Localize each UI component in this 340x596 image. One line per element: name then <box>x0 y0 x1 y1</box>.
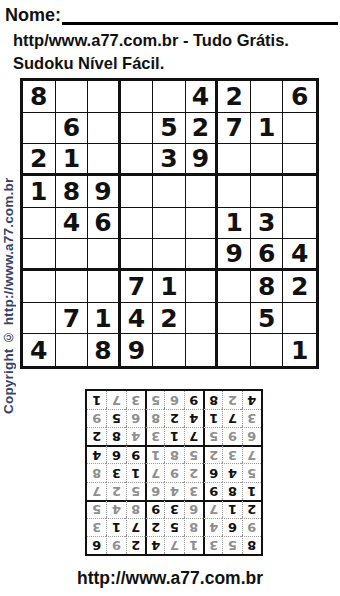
solution-cell-r9c5: 6 <box>164 391 183 409</box>
solution-cell-r3c7: 8 <box>126 500 145 518</box>
solution-cell-r4c8: 2 <box>106 482 125 500</box>
puzzle-cell-r4c1[interactable]: 1 <box>23 176 56 208</box>
solution-cell-r5c4: 2 <box>184 463 203 481</box>
solution-cell-r5c9: 8 <box>87 463 106 481</box>
puzzle-cell-r8c6[interactable] <box>186 303 219 335</box>
solution-cell-r4c1: 1 <box>242 482 261 500</box>
solution-cell-r6c1: 7 <box>242 445 261 463</box>
puzzle-cell-r6c7[interactable]: 9 <box>218 239 251 271</box>
solution-cell-r1c9: 6 <box>87 536 106 554</box>
solution-cell-r1c6: 4 <box>145 536 164 554</box>
puzzle-cell-r3c3[interactable] <box>88 144 121 176</box>
name-row: Nome: <box>0 0 340 25</box>
puzzle-cell-r4c3[interactable]: 9 <box>88 176 121 208</box>
puzzle-cell-r2c3[interactable] <box>88 113 121 145</box>
solution-cell-r6c3: 2 <box>203 445 222 463</box>
puzzle-cell-r7c7[interactable] <box>218 271 251 303</box>
puzzle-cell-r1c1[interactable]: 8 <box>23 81 56 113</box>
solution-cell-r7c3: 5 <box>203 427 222 445</box>
solution-cell-r2c4: 8 <box>184 518 203 536</box>
solution-cell-r3c3: 7 <box>203 500 222 518</box>
puzzle-cell-r8c4[interactable]: 4 <box>121 303 154 335</box>
puzzle-cell-r3c8[interactable] <box>251 144 284 176</box>
sudoku-grid: 842665271213918946139647182714254891 <box>20 78 319 369</box>
solution-cell-r8c9: 9 <box>87 409 106 427</box>
puzzle-cell-r4c7[interactable] <box>218 176 251 208</box>
puzzle-cell-r2c1[interactable] <box>23 113 56 145</box>
puzzle-cell-r2c6[interactable]: 2 <box>186 113 219 145</box>
puzzle-cell-r1c6[interactable]: 4 <box>186 81 219 113</box>
site-line: http/www.a77.com.br - Tudo Grátis. <box>13 30 340 50</box>
puzzle-cell-r8c9[interactable] <box>283 303 316 335</box>
solution-cell-r1c3: 3 <box>203 536 222 554</box>
name-label: Nome: <box>5 5 61 25</box>
puzzle-cell-r3c9[interactable] <box>283 144 316 176</box>
footer-url: http://www.a77.com.br <box>0 568 340 589</box>
puzzle-cell-r1c8[interactable] <box>251 81 284 113</box>
solution-cell-r9c4: 9 <box>184 391 203 409</box>
solution-cell-r9c9: 1 <box>87 391 106 409</box>
solution-cell-r2c1: 9 <box>242 518 261 536</box>
puzzle-cell-r2c4[interactable] <box>121 113 154 145</box>
puzzle-cell-r3c7[interactable] <box>218 144 251 176</box>
puzzle-cell-r8c5[interactable]: 2 <box>153 303 186 335</box>
solution-cell-r6c4: 5 <box>184 445 203 463</box>
puzzle-cell-r2c2[interactable]: 6 <box>56 113 89 145</box>
solution-cell-r1c5: 7 <box>164 536 183 554</box>
puzzle-cell-r3c5[interactable]: 3 <box>153 144 186 176</box>
solution-cell-r5c7: 1 <box>126 463 145 481</box>
solution-cell-r8c2: 7 <box>222 409 241 427</box>
puzzle-cell-r7c8[interactable]: 8 <box>251 271 284 303</box>
puzzle-cell-r3c1[interactable]: 2 <box>23 144 56 176</box>
solution-cell-r2c7: 7 <box>126 518 145 536</box>
puzzle-cell-r1c7[interactable]: 2 <box>218 81 251 113</box>
puzzle-cell-r2c9[interactable] <box>283 113 316 145</box>
solution-cell-r3c9: 5 <box>87 500 106 518</box>
solution-cell-r1c4: 1 <box>184 536 203 554</box>
puzzle-cell-r5c7[interactable]: 1 <box>218 208 251 240</box>
puzzle-cell-r5c5[interactable] <box>153 208 186 240</box>
solution-cell-r5c8: 3 <box>106 463 125 481</box>
puzzle-cell-r7c5[interactable]: 1 <box>153 271 186 303</box>
puzzle-cell-r2c8[interactable]: 1 <box>251 113 284 145</box>
puzzle-cell-r1c9[interactable]: 6 <box>283 81 316 113</box>
solution-cell-r7c9: 2 <box>87 427 106 445</box>
solution-cell-r8c6: 8 <box>145 409 164 427</box>
solution-cell-r4c9: 7 <box>87 482 106 500</box>
puzzle-cell-r6c1[interactable] <box>23 239 56 271</box>
solution-cell-r4c4: 3 <box>184 482 203 500</box>
puzzle-cell-r9c4[interactable]: 9 <box>121 334 154 366</box>
puzzle-cell-r9c9[interactable]: 1 <box>283 334 316 366</box>
solution-cell-r6c2: 3 <box>222 445 241 463</box>
solution-cell-r3c2: 1 <box>222 500 241 518</box>
solution-cell-r5c1: 5 <box>242 463 261 481</box>
solution-cell-r5c5: 9 <box>164 463 183 481</box>
puzzle-cell-r8c7[interactable] <box>218 303 251 335</box>
puzzle-cell-r5c6[interactable] <box>186 208 219 240</box>
puzzle-cell-r4c5[interactable] <box>153 176 186 208</box>
solution-cell-r8c8: 5 <box>106 409 125 427</box>
solution-cell-r9c3: 8 <box>203 391 222 409</box>
puzzle-cell-r9c6[interactable] <box>186 334 219 366</box>
solution-cell-r2c6: 2 <box>145 518 164 536</box>
solution-cell-r6c9: 4 <box>87 445 106 463</box>
puzzle-cell-r4c9[interactable] <box>283 176 316 208</box>
solution-cell-r8c4: 4 <box>184 409 203 427</box>
solution-cell-r9c1: 4 <box>242 391 261 409</box>
name-underline <box>62 3 338 25</box>
puzzle-cell-r6c6[interactable] <box>186 239 219 271</box>
puzzle-cell-r2c5[interactable]: 5 <box>153 113 186 145</box>
solution-cell-r8c1: 3 <box>242 409 261 427</box>
solution-cell-r2c3: 4 <box>203 518 222 536</box>
puzzle-cell-r9c7[interactable] <box>218 334 251 366</box>
puzzle-cell-r9c5[interactable] <box>153 334 186 366</box>
puzzle-cell-r9c8[interactable] <box>251 334 284 366</box>
solution-cell-r4c2: 8 <box>222 482 241 500</box>
puzzle-cell-r4c8[interactable] <box>251 176 284 208</box>
puzzle-cell-r3c6[interactable]: 9 <box>186 144 219 176</box>
puzzle-cell-r4c4[interactable] <box>121 176 154 208</box>
solution-cell-r1c7: 2 <box>126 536 145 554</box>
puzzle-cell-r1c2[interactable] <box>56 81 89 113</box>
solution-cell-r7c1: 6 <box>242 427 261 445</box>
solution-cell-r1c1: 8 <box>242 536 261 554</box>
puzzle-cell-r9c2[interactable] <box>56 334 89 366</box>
puzzle-cell-r3c2[interactable]: 1 <box>56 144 89 176</box>
solution-cell-r9c8: 7 <box>106 391 125 409</box>
puzzle-cell-r7c3[interactable] <box>88 271 121 303</box>
puzzle-cell-r5c4[interactable] <box>121 208 154 240</box>
solution-cell-r6c6: 1 <box>145 445 164 463</box>
puzzle-cell-r9c3[interactable]: 8 <box>88 334 121 366</box>
puzzle-cell-r6c8[interactable]: 6 <box>251 239 284 271</box>
solution-cell-r9c2: 2 <box>222 391 241 409</box>
puzzle-cell-r5c2[interactable]: 4 <box>56 208 89 240</box>
solution-cell-r3c8: 4 <box>106 500 125 518</box>
solution-cell-r7c6: 3 <box>145 427 164 445</box>
solution-cell-r2c9: 3 <box>87 518 106 536</box>
puzzle-cell-r1c3[interactable] <box>88 81 121 113</box>
solution-cell-r8c3: 1 <box>203 409 222 427</box>
puzzle-cell-r4c2[interactable]: 8 <box>56 176 89 208</box>
solution-cell-r3c6: 9 <box>145 500 164 518</box>
puzzle-cell-r6c3[interactable] <box>88 239 121 271</box>
solution-cell-r5c6: 7 <box>145 463 164 481</box>
solution-cell-r1c8: 9 <box>106 536 125 554</box>
puzzle-cell-r8c8[interactable]: 5 <box>251 303 284 335</box>
solution-cell-r2c2: 6 <box>222 518 241 536</box>
copyright-vertical-text: Copyright © http://www.a77.com.br <box>0 146 17 446</box>
puzzle-cell-r3c4[interactable] <box>121 144 154 176</box>
page-title: Sudoku Nível Fácil. <box>13 53 340 73</box>
puzzle-cell-r7c1[interactable] <box>23 271 56 303</box>
header: Nome: http/www.a77.com.br - Tudo Grátis.… <box>0 0 340 73</box>
puzzle-cell-r8c2[interactable]: 7 <box>56 303 89 335</box>
solution-cell-r9c6: 5 <box>145 391 164 409</box>
puzzle-cell-r7c4[interactable]: 7 <box>121 271 154 303</box>
puzzle-cell-r1c4[interactable] <box>121 81 154 113</box>
puzzle-cell-r7c2[interactable] <box>56 271 89 303</box>
solution-cell-r8c5: 2 <box>164 409 183 427</box>
puzzle-cell-r7c9[interactable]: 2 <box>283 271 316 303</box>
puzzle-cell-r1c5[interactable] <box>153 81 186 113</box>
puzzle-cell-r2c7[interactable]: 7 <box>218 113 251 145</box>
solution-cell-r5c3: 6 <box>203 463 222 481</box>
puzzle-cell-r5c1[interactable] <box>23 208 56 240</box>
solution-cell-r7c8: 8 <box>106 427 125 445</box>
solution-cell-r6c5: 8 <box>164 445 183 463</box>
puzzle-cell-r6c2[interactable] <box>56 239 89 271</box>
solution-cell-r4c3: 9 <box>203 482 222 500</box>
puzzle-cell-r6c4[interactable] <box>121 239 154 271</box>
puzzle-cell-r5c9[interactable] <box>283 208 316 240</box>
solution-cell-r3c4: 6 <box>184 500 203 518</box>
solution-cell-r2c8: 1 <box>106 518 125 536</box>
solution-cell-r7c2: 9 <box>222 427 241 445</box>
puzzle-cell-r8c3[interactable]: 1 <box>88 303 121 335</box>
puzzle-cell-r6c9[interactable]: 4 <box>283 239 316 271</box>
solution-cell-r6c8: 6 <box>106 445 125 463</box>
solution-grid-upside-down: 8531742969648527132176398451893465275462… <box>85 389 263 556</box>
solution-cell-r3c5: 3 <box>164 500 183 518</box>
puzzle-cell-r5c3[interactable]: 6 <box>88 208 121 240</box>
puzzle-cell-r4c6[interactable] <box>186 176 219 208</box>
puzzle-area: Copyright © http://www.a77.com.br 842665… <box>0 78 340 369</box>
solution-cell-r2c5: 5 <box>164 518 183 536</box>
solution-cell-r7c4: 7 <box>184 427 203 445</box>
solution-cell-r8c7: 6 <box>126 409 145 427</box>
solution-cell-r7c7: 4 <box>126 427 145 445</box>
solution-cell-r4c5: 4 <box>164 482 183 500</box>
solution-cell-r9c7: 3 <box>126 391 145 409</box>
solution-cell-r6c7: 9 <box>126 445 145 463</box>
puzzle-cell-r8c1[interactable] <box>23 303 56 335</box>
puzzle-cell-r9c1[interactable]: 4 <box>23 334 56 366</box>
solution-cell-r5c2: 4 <box>222 463 241 481</box>
solution-cell-r4c6: 6 <box>145 482 164 500</box>
solution-cell-r7c5: 1 <box>164 427 183 445</box>
puzzle-cell-r7c6[interactable] <box>186 271 219 303</box>
puzzle-cell-r5c8[interactable]: 3 <box>251 208 284 240</box>
solution-cell-r3c1: 2 <box>242 500 261 518</box>
solution-cell-r1c2: 5 <box>222 536 241 554</box>
puzzle-cell-r6c5[interactable] <box>153 239 186 271</box>
solution-cell-r4c7: 5 <box>126 482 145 500</box>
